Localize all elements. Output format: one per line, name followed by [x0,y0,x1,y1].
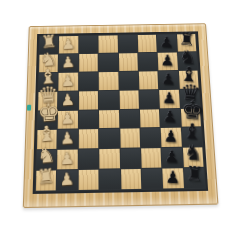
square-r1c2: ♟ [59,36,78,53]
frame-sticker [27,105,31,111]
square-r3c1: ♝ [39,73,58,91]
square-r3c4 [99,72,118,90]
square-r4c8: ♛ [180,89,200,107]
square-r3c2: ♟ [59,72,78,90]
square-r5c6 [140,109,160,128]
square-r2c2: ♟ [59,54,78,72]
black-rook: ♜ [177,30,196,48]
square-r3c5 [119,71,138,89]
square-r1c8: ♜ [177,34,197,51]
square-r6c1: ♝ [37,130,57,149]
square-r3c8: ♝ [179,70,199,88]
white-pawn: ♟ [59,54,79,70]
square-r2c8: ♞ [178,52,198,70]
square-r8c6 [142,169,163,189]
white-rook: ♜ [39,32,59,51]
square-r5c5 [119,109,139,128]
square-r4c6 [139,90,159,108]
black-pawn: ♟ [157,35,176,50]
black-pawn: ♟ [161,129,181,146]
square-r2c7: ♟ [158,52,178,70]
square-r7c1: ♞ [36,150,56,170]
white-pawn: ♟ [59,36,78,52]
square-r5c3 [79,110,99,129]
black-pawn: ♟ [160,90,180,106]
square-r4c2: ♟ [58,91,77,109]
white-pawn: ♟ [58,73,78,89]
square-r1c4 [99,35,118,52]
square-r7c6 [141,148,162,168]
black-pawn: ♟ [163,169,183,187]
square-r7c8: ♞ [183,148,204,168]
page-background: { "game": "chess", "position": { "fen": … [0,0,240,240]
square-r4c7: ♟ [159,89,179,107]
square-r6c6 [140,128,160,147]
square-r4c4 [99,90,118,108]
square-r8c8: ♜ [184,168,205,188]
white-pawn: ♟ [57,130,77,148]
black-pawn: ♟ [160,109,180,126]
square-r6c4 [99,129,119,148]
square-r8c1: ♜ [36,171,57,191]
square-r3c6 [139,71,159,89]
square-r1c7: ♟ [157,34,176,51]
square-r6c8: ♝ [182,128,203,147]
square-r8c2: ♟ [57,170,77,190]
square-r1c6 [138,35,157,52]
square-r2c5 [118,53,137,71]
chessboard-frame: ♜♟♟♜♞♟♟♞♝♟♟♝♛♟♟♛♚♟♟♚♝♟♟♝♞♟♟♞♜♟♟♜ [23,23,219,208]
square-r2c4 [99,53,118,71]
square-r4c5 [119,90,139,108]
square-r3c3 [79,72,98,90]
square-r6c7: ♟ [161,128,182,147]
square-r8c3 [78,170,98,190]
square-r4c3 [79,91,98,109]
square-r7c7: ♟ [162,148,183,168]
square-r7c3 [78,149,98,169]
white-pawn: ♟ [57,171,78,189]
square-r5c2: ♟ [58,110,78,129]
square-r7c5 [120,149,140,169]
square-r1c3 [79,36,98,53]
white-pawn: ♟ [58,91,78,108]
square-r7c2: ♟ [57,150,77,170]
square-r6c3 [79,129,99,148]
chessboard-photo: ♜♟♟♜♞♟♟♞♝♟♟♝♛♟♟♛♚♟♟♚♝♟♟♝♞♟♟♞♜♟♟♜ [26,18,212,204]
square-r2c6 [138,53,157,71]
black-pawn: ♟ [162,149,182,166]
white-pawn: ♟ [58,111,78,128]
square-r8c4 [100,169,120,189]
black-pawn: ♟ [159,71,178,87]
square-r8c5 [121,169,142,189]
square-r5c1: ♚ [37,111,57,130]
square-r6c2: ♟ [58,130,78,149]
square-r5c4 [99,110,119,129]
black-pawn: ♟ [158,53,177,69]
square-r8c7: ♟ [163,168,184,188]
square-r5c7: ♟ [160,109,180,128]
square-r2c3 [79,54,98,72]
square-r6c5 [120,129,140,148]
square-r5c8: ♚ [181,108,201,127]
square-r3c7: ♟ [159,71,179,89]
square-r1c5 [118,35,137,52]
white-pawn: ♟ [57,150,78,168]
square-r7c4 [99,149,119,169]
square-r4c1: ♛ [38,91,58,110]
square-r2c1: ♞ [39,54,58,72]
square-r1c1: ♜ [40,36,59,53]
board-grid: ♜♟♟♜♞♟♟♞♝♟♟♝♛♟♟♛♚♟♟♚♝♟♟♝♞♟♟♞♜♟♟♜ [33,31,208,194]
